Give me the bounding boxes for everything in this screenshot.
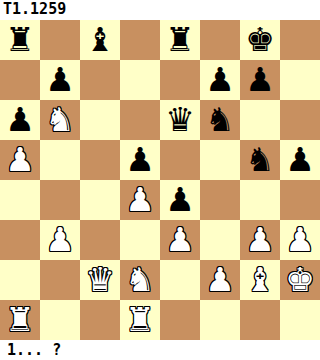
square-c6[interactable] xyxy=(80,100,120,140)
square-d6[interactable] xyxy=(120,100,160,140)
black-pawn: ♟ xyxy=(205,63,235,96)
square-h2[interactable]: ♚ xyxy=(280,260,320,300)
square-a7[interactable] xyxy=(0,60,40,100)
white-rook: ♜ xyxy=(125,303,155,336)
square-a6[interactable]: ♟ xyxy=(0,100,40,140)
move-prompt: 1... ? xyxy=(0,340,320,360)
square-d8[interactable] xyxy=(120,20,160,60)
square-d1[interactable]: ♜ xyxy=(120,300,160,340)
square-h8[interactable] xyxy=(280,20,320,60)
square-g8[interactable]: ♚ xyxy=(240,20,280,60)
black-king: ♚ xyxy=(245,23,275,56)
white-pawn: ♟ xyxy=(45,223,75,256)
square-c8[interactable]: ♝ xyxy=(80,20,120,60)
square-f3[interactable] xyxy=(200,220,240,260)
square-h1[interactable] xyxy=(280,300,320,340)
square-h5[interactable]: ♟ xyxy=(280,140,320,180)
square-a5[interactable]: ♟ xyxy=(0,140,40,180)
square-g6[interactable] xyxy=(240,100,280,140)
square-e4[interactable]: ♟ xyxy=(160,180,200,220)
puzzle-title: T1.1259 xyxy=(0,0,320,20)
square-f4[interactable] xyxy=(200,180,240,220)
square-f5[interactable] xyxy=(200,140,240,180)
black-knight: ♞ xyxy=(205,103,235,136)
white-pawn: ♟ xyxy=(125,183,155,216)
black-bishop: ♝ xyxy=(85,23,115,56)
square-b2[interactable] xyxy=(40,260,80,300)
square-b3[interactable]: ♟ xyxy=(40,220,80,260)
square-e2[interactable] xyxy=(160,260,200,300)
square-d2[interactable]: ♞ xyxy=(120,260,160,300)
square-e3[interactable]: ♟ xyxy=(160,220,200,260)
white-knight: ♞ xyxy=(125,263,155,296)
black-rook: ♜ xyxy=(165,23,195,56)
square-b5[interactable] xyxy=(40,140,80,180)
square-g1[interactable] xyxy=(240,300,280,340)
square-f6[interactable]: ♞ xyxy=(200,100,240,140)
white-queen: ♛ xyxy=(85,263,115,296)
black-pawn: ♟ xyxy=(45,63,75,96)
square-h4[interactable] xyxy=(280,180,320,220)
square-g2[interactable]: ♝ xyxy=(240,260,280,300)
square-f8[interactable] xyxy=(200,20,240,60)
square-d7[interactable] xyxy=(120,60,160,100)
square-a2[interactable] xyxy=(0,260,40,300)
square-h6[interactable] xyxy=(280,100,320,140)
square-e8[interactable]: ♜ xyxy=(160,20,200,60)
square-a4[interactable] xyxy=(0,180,40,220)
square-c1[interactable] xyxy=(80,300,120,340)
square-h3[interactable]: ♟ xyxy=(280,220,320,260)
square-f1[interactable] xyxy=(200,300,240,340)
white-pawn: ♟ xyxy=(285,223,315,256)
square-b1[interactable] xyxy=(40,300,80,340)
square-f2[interactable]: ♟ xyxy=(200,260,240,300)
square-g5[interactable]: ♞ xyxy=(240,140,280,180)
square-d5[interactable]: ♟ xyxy=(120,140,160,180)
square-g4[interactable] xyxy=(240,180,280,220)
white-pawn: ♟ xyxy=(5,143,35,176)
black-pawn: ♟ xyxy=(165,183,195,216)
square-g7[interactable]: ♟ xyxy=(240,60,280,100)
square-c2[interactable]: ♛ xyxy=(80,260,120,300)
square-a1[interactable]: ♜ xyxy=(0,300,40,340)
black-knight: ♞ xyxy=(245,143,275,176)
white-pawn: ♟ xyxy=(165,223,195,256)
black-rook: ♜ xyxy=(5,23,35,56)
square-f7[interactable]: ♟ xyxy=(200,60,240,100)
chess-board: ♜♝♜♚♟♟♟♟♞♛♞♟♟♞♟♟♟♟♟♟♟♛♞♟♝♚♜♜ xyxy=(0,20,320,340)
black-pawn: ♟ xyxy=(5,103,35,136)
white-pawn: ♟ xyxy=(205,263,235,296)
square-c5[interactable] xyxy=(80,140,120,180)
white-bishop: ♝ xyxy=(245,263,275,296)
square-e7[interactable] xyxy=(160,60,200,100)
black-queen: ♛ xyxy=(165,103,195,136)
square-c4[interactable] xyxy=(80,180,120,220)
square-g3[interactable]: ♟ xyxy=(240,220,280,260)
puzzle-window: T1.1259 ♜♝♜♚♟♟♟♟♞♛♞♟♟♞♟♟♟♟♟♟♟♛♞♟♝♚♜♜ 1..… xyxy=(0,0,320,360)
square-c7[interactable] xyxy=(80,60,120,100)
square-h7[interactable] xyxy=(280,60,320,100)
square-b4[interactable] xyxy=(40,180,80,220)
white-pawn: ♟ xyxy=(245,223,275,256)
square-e6[interactable]: ♛ xyxy=(160,100,200,140)
black-pawn: ♟ xyxy=(125,143,155,176)
square-c3[interactable] xyxy=(80,220,120,260)
square-a8[interactable]: ♜ xyxy=(0,20,40,60)
square-d3[interactable] xyxy=(120,220,160,260)
black-pawn: ♟ xyxy=(285,143,315,176)
square-e5[interactable] xyxy=(160,140,200,180)
square-a3[interactable] xyxy=(0,220,40,260)
white-king: ♚ xyxy=(285,263,315,296)
square-b8[interactable] xyxy=(40,20,80,60)
square-d4[interactable]: ♟ xyxy=(120,180,160,220)
square-b6[interactable]: ♞ xyxy=(40,100,80,140)
white-knight: ♞ xyxy=(45,103,75,136)
square-e1[interactable] xyxy=(160,300,200,340)
black-pawn: ♟ xyxy=(245,63,275,96)
square-b7[interactable]: ♟ xyxy=(40,60,80,100)
white-rook: ♜ xyxy=(5,303,35,336)
